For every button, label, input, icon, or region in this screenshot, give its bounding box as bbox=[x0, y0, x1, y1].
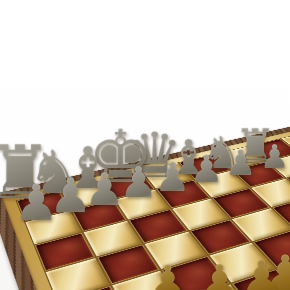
silver-pawn-piece[interactable]: ♟ bbox=[119, 162, 157, 205]
silver-pawn-piece[interactable]: ♟ bbox=[14, 178, 59, 228]
silver-pawn-piece[interactable]: ♟ bbox=[190, 151, 224, 189]
silver-pawn-piece[interactable]: ♟ bbox=[155, 157, 191, 197]
gold-pawn-piece[interactable]: ♟ bbox=[240, 254, 283, 290]
gold-pawn-piece[interactable]: ♟ bbox=[148, 260, 187, 290]
gold-pawn-piece[interactable]: ♟ bbox=[198, 258, 241, 290]
silver-pawn-piece[interactable]: ♟ bbox=[260, 141, 289, 174]
chess-set-photo: ♜♞♝♚♛♝♞♜♟♟♟♟♟♟♟♟♟♟♟♟ bbox=[0, 0, 290, 290]
silver-pawn-piece[interactable]: ♟ bbox=[225, 146, 256, 181]
